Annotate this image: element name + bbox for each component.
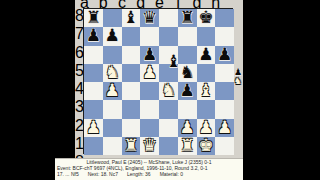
file-label-c: c — [113, 0, 132, 7]
square-d4[interactable] — [140, 82, 159, 100]
square-b4[interactable]: ♟ — [103, 82, 122, 100]
square-d5[interactable]: ♟ — [140, 64, 159, 82]
black-pawn-f4[interactable]: ♟ — [178, 81, 197, 99]
black-pawn-a7[interactable]: ♟ — [84, 26, 103, 44]
square-b3[interactable] — [103, 100, 122, 118]
square-a3[interactable] — [84, 100, 103, 118]
square-d3[interactable] — [140, 100, 159, 118]
file-label-e: e — [150, 0, 169, 7]
white-knight-e4[interactable]: ♞ — [159, 81, 178, 99]
square-d6[interactable]: ♟ — [140, 46, 159, 64]
square-d1[interactable]: ♛ — [140, 137, 159, 155]
rank-label-6: 6 — [75, 44, 83, 62]
white-pawn-g2[interactable]: ♟ — [197, 118, 216, 136]
square-g2[interactable]: ♟ — [197, 119, 216, 137]
material-white-knight-icon: ♞ — [233, 76, 243, 86]
rank-labels-left: 87654321 — [75, 7, 83, 153]
square-a4[interactable] — [84, 82, 103, 100]
square-h2[interactable]: ♟ — [215, 119, 234, 137]
square-c7[interactable] — [122, 27, 141, 45]
square-b6[interactable] — [103, 46, 122, 64]
chess-board[interactable]: ♝ ♜♝♛♜♚♟♟♟♟♟♞♟♞♟♞♟♝♟♟♟♟♜♛♜♚ — [83, 8, 233, 154]
square-g3[interactable] — [197, 100, 216, 118]
square-a2[interactable]: ♟ — [84, 119, 103, 137]
rank-label-5: 5 — [75, 62, 83, 80]
square-g4[interactable]: ♝ — [197, 82, 216, 100]
white-knight-b5[interactable]: ♞ — [103, 63, 122, 81]
white-rook-c1[interactable]: ♜ — [122, 136, 141, 154]
black-queen-d8[interactable]: ♛ — [140, 8, 159, 26]
square-f2[interactable]: ♟ — [178, 119, 197, 137]
square-f8[interactable]: ♜ — [178, 9, 197, 27]
square-f4[interactable]: ♟ — [178, 82, 197, 100]
white-pawn-h2[interactable]: ♟ — [215, 118, 234, 136]
white-pawn-f2[interactable]: ♟ — [178, 118, 197, 136]
square-e7[interactable] — [159, 27, 178, 45]
square-g7[interactable] — [197, 27, 216, 45]
square-c5[interactable] — [122, 64, 141, 82]
square-h6[interactable]: ♟ — [215, 46, 234, 64]
rank-label-8: 8 — [75, 7, 83, 25]
file-label-h: h — [206, 0, 225, 7]
square-d2[interactable] — [140, 119, 159, 137]
rank-label-2: 2 — [75, 117, 83, 135]
square-c2[interactable] — [122, 119, 141, 137]
square-a7[interactable]: ♟ — [84, 27, 103, 45]
square-e4[interactable]: ♞ — [159, 82, 178, 100]
square-a5[interactable] — [84, 64, 103, 82]
square-h1[interactable] — [215, 137, 234, 155]
square-c1[interactable]: ♜ — [122, 137, 141, 155]
square-c4[interactable] — [122, 82, 141, 100]
file-label-d: d — [131, 0, 150, 7]
video-frame: abcdefgh 87654321 ♝ ♜♝♛♜♚♟♟♟♟♟♞♟♞♟♞♟♝♟♟♟… — [0, 0, 320, 180]
square-g1[interactable]: ♚ — [197, 137, 216, 155]
white-queen-d1[interactable]: ♛ — [140, 136, 159, 154]
black-pawn-g6[interactable]: ♟ — [197, 45, 216, 63]
black-pawn-h6[interactable]: ♟ — [215, 45, 234, 63]
square-f1[interactable]: ♜ — [178, 137, 197, 155]
move-info-line: 17. ... Nf5 Next: 18. Nc7 Length: 36 Mat… — [55, 172, 243, 177]
square-e1[interactable] — [159, 137, 178, 155]
file-label-g: g — [188, 0, 207, 7]
black-pawn-b7[interactable]: ♟ — [103, 26, 122, 44]
square-h8[interactable] — [215, 9, 234, 27]
rank-label-1: 1 — [75, 135, 83, 153]
white-king-g1[interactable]: ♚ — [197, 136, 216, 154]
square-h3[interactable] — [215, 100, 234, 118]
square-d7[interactable] — [140, 27, 159, 45]
board-panel: abcdefgh 87654321 ♝ ♜♝♛♜♚♟♟♟♟♟♞♟♞♟♞♟♝♟♟♟… — [75, 0, 243, 159]
square-h7[interactable] — [215, 27, 234, 45]
file-labels-top: abcdefgh — [75, 0, 225, 7]
next-move-text: Next: 18. Nc7 — [88, 172, 118, 177]
rank-label-3: 3 — [75, 98, 83, 116]
rank-label-4: 4 — [75, 80, 83, 98]
square-h5[interactable] — [215, 64, 234, 82]
black-rook-f8[interactable]: ♜ — [178, 8, 197, 26]
white-pawn-b4[interactable]: ♟ — [103, 81, 122, 99]
square-b1[interactable] — [103, 137, 122, 155]
white-pawn-d5[interactable]: ♟ — [140, 63, 159, 81]
black-king-g8[interactable]: ♚ — [197, 8, 216, 26]
square-c6[interactable] — [122, 46, 141, 64]
black-pawn-d6[interactable]: ♟ — [140, 45, 159, 63]
square-g8[interactable]: ♚ — [197, 9, 216, 27]
square-g6[interactable]: ♟ — [197, 46, 216, 64]
last-move-text: 17. ... Nf5 — [57, 172, 79, 177]
file-label-f: f — [169, 0, 188, 7]
square-a6[interactable] — [84, 46, 103, 64]
black-bishop-c8[interactable]: ♝ — [122, 8, 141, 26]
material-balance-text: Material: 0 — [160, 172, 183, 177]
file-label-a: a — [75, 0, 94, 7]
square-e8[interactable] — [159, 9, 178, 27]
rank-label-7: 7 — [75, 25, 83, 43]
game-length-text: Length: 36 — [127, 172, 151, 177]
square-e2[interactable] — [159, 119, 178, 137]
square-d8[interactable]: ♛ — [140, 9, 159, 27]
square-b7[interactable]: ♟ — [103, 27, 122, 45]
white-pawn-a2[interactable]: ♟ — [84, 118, 103, 136]
caption-panel: Littlewood, Paul E (2405) -- McShane, Lu… — [55, 158, 243, 180]
black-rook-a8[interactable]: ♜ — [84, 8, 103, 26]
square-h4[interactable] — [215, 82, 234, 100]
square-b2[interactable] — [103, 119, 122, 137]
white-bishop-g4[interactable]: ♝ — [197, 81, 216, 99]
square-f7[interactable] — [178, 27, 197, 45]
animating-black-bishop: ♝ — [164, 52, 183, 70]
square-f3[interactable] — [178, 100, 197, 118]
square-c8[interactable]: ♝ — [122, 9, 141, 27]
white-rook-f1[interactable]: ♜ — [178, 136, 197, 154]
square-e3[interactable] — [159, 100, 178, 118]
square-a1[interactable] — [84, 137, 103, 155]
file-label-b: b — [94, 0, 113, 7]
square-c3[interactable] — [122, 100, 141, 118]
